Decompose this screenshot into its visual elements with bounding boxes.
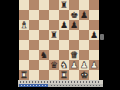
square-e5[interactable] xyxy=(59,30,69,40)
piece-black-pawn-g7[interactable]: ♟ xyxy=(79,10,89,20)
square-a7[interactable] xyxy=(19,10,29,20)
piece-white-pawn-f2[interactable]: ♟ xyxy=(69,60,79,70)
taskbar xyxy=(18,84,103,88)
square-g1[interactable]: ♚ xyxy=(79,70,89,80)
square-g3[interactable] xyxy=(79,50,89,60)
square-c1[interactable] xyxy=(39,70,49,80)
square-e4[interactable] xyxy=(59,40,69,50)
piece-black-king-f7[interactable]: ♚ xyxy=(69,10,79,20)
square-b1[interactable] xyxy=(29,70,39,80)
piece-white-king-g1[interactable]: ♚ xyxy=(79,70,89,80)
square-e1[interactable]: ♜ xyxy=(59,70,69,80)
square-c7[interactable] xyxy=(39,10,49,20)
square-a5[interactable] xyxy=(19,30,29,40)
taskbar-text xyxy=(51,85,101,87)
taskbar-selection[interactable] xyxy=(19,84,48,88)
piece-white-bishop-a6[interactable]: ♝ xyxy=(19,20,29,30)
square-b8[interactable] xyxy=(29,0,39,10)
square-c4[interactable] xyxy=(39,40,49,50)
piece-white-queen-f3[interactable]: ♛ xyxy=(69,50,79,60)
square-h1[interactable] xyxy=(89,70,99,80)
square-c3[interactable]: ♞ xyxy=(39,50,49,60)
piece-black-rook-d5[interactable]: ♜ xyxy=(49,30,59,40)
square-b2[interactable] xyxy=(29,60,39,70)
square-a3[interactable] xyxy=(19,50,29,60)
square-g7[interactable]: ♟ xyxy=(79,10,89,20)
square-h6[interactable] xyxy=(89,20,99,30)
square-b3[interactable] xyxy=(29,50,39,60)
square-d5[interactable]: ♜ xyxy=(49,30,59,40)
taskbar-selection-text xyxy=(21,85,46,87)
piece-black-pawn-e6[interactable]: ♟ xyxy=(59,20,69,30)
square-d6[interactable] xyxy=(49,20,59,30)
square-h5[interactable]: ♟ xyxy=(89,30,99,40)
square-a4[interactable] xyxy=(19,40,29,50)
square-f6[interactable]: ♟ xyxy=(69,20,79,30)
square-c8[interactable] xyxy=(39,0,49,10)
square-a6[interactable]: ♝ xyxy=(19,20,29,30)
square-d2[interactable]: ♛ xyxy=(49,60,59,70)
square-b7[interactable] xyxy=(29,10,39,20)
square-e6[interactable]: ♟ xyxy=(59,20,69,30)
piece-white-rook-a1[interactable]: ♜ xyxy=(19,70,29,80)
piece-black-pawn-f6[interactable]: ♟ xyxy=(69,20,79,30)
square-e3[interactable] xyxy=(59,50,69,60)
square-g8[interactable] xyxy=(79,0,89,10)
square-c2[interactable] xyxy=(39,60,49,70)
square-e2[interactable]: ♞ xyxy=(59,60,69,70)
square-h7[interactable] xyxy=(89,10,99,20)
engine-status-text xyxy=(20,81,101,83)
square-d4[interactable] xyxy=(49,40,59,50)
piece-black-rook-e8[interactable]: ♜ xyxy=(59,0,69,10)
square-f4[interactable] xyxy=(69,40,79,50)
square-f1[interactable] xyxy=(69,70,79,80)
square-d7[interactable] xyxy=(49,10,59,20)
piece-white-knight-e2[interactable]: ♞ xyxy=(59,60,69,70)
video-frame: ♜♚♟♝♟♟♜♟♞♛♛♞♟♟♟♜♜♚ xyxy=(0,0,120,90)
square-h3[interactable] xyxy=(89,50,99,60)
square-f8[interactable] xyxy=(69,0,79,10)
piece-white-pawn-g2[interactable]: ♟ xyxy=(79,60,89,70)
square-f7[interactable]: ♚ xyxy=(69,10,79,20)
square-d8[interactable] xyxy=(49,0,59,10)
square-h2[interactable]: ♟ xyxy=(89,60,99,70)
square-b5[interactable] xyxy=(29,30,39,40)
square-d3[interactable] xyxy=(49,50,59,60)
square-d1[interactable] xyxy=(49,70,59,80)
piece-black-knight-c3[interactable]: ♞ xyxy=(39,50,49,60)
square-g2[interactable]: ♟ xyxy=(79,60,89,70)
square-c5[interactable] xyxy=(39,30,49,40)
square-g6[interactable] xyxy=(79,20,89,30)
piece-black-queen-d2[interactable]: ♛ xyxy=(49,60,59,70)
square-g5[interactable] xyxy=(79,30,89,40)
square-a8[interactable] xyxy=(19,0,29,10)
square-h4[interactable] xyxy=(89,40,99,50)
square-f2[interactable]: ♟ xyxy=(69,60,79,70)
square-e7[interactable] xyxy=(59,10,69,20)
square-h8[interactable] xyxy=(89,0,99,10)
piece-black-pawn-h5[interactable]: ♟ xyxy=(89,30,99,40)
piece-white-rook-e1[interactable]: ♜ xyxy=(59,70,69,80)
chess-board: ♜♚♟♝♟♟♜♟♞♛♛♞♟♟♟♜♜♚ xyxy=(19,0,99,80)
square-c6[interactable] xyxy=(39,20,49,30)
square-e8[interactable]: ♜ xyxy=(59,0,69,10)
square-a1[interactable]: ♜ xyxy=(19,70,29,80)
margin-artifact xyxy=(100,34,104,40)
square-f3[interactable]: ♛ xyxy=(69,50,79,60)
square-b4[interactable] xyxy=(29,40,39,50)
square-g4[interactable] xyxy=(79,40,89,50)
piece-white-pawn-h2[interactable]: ♟ xyxy=(89,60,99,70)
square-b6[interactable] xyxy=(29,20,39,30)
square-f5[interactable] xyxy=(69,30,79,40)
square-a2[interactable] xyxy=(19,60,29,70)
